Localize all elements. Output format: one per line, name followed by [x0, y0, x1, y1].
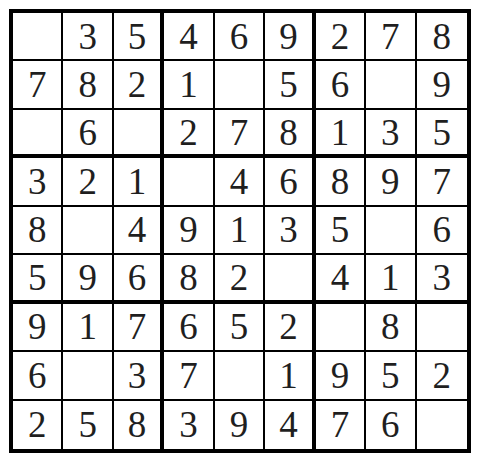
- cell-r6c4[interactable]: 8: [164, 255, 214, 303]
- cell-r4c1[interactable]: 3: [13, 158, 63, 206]
- cell-r4c5[interactable]: 4: [215, 158, 265, 206]
- cell-r9c8[interactable]: 6: [366, 401, 416, 449]
- cell-r8c3[interactable]: 3: [114, 352, 164, 400]
- cell-r6c1[interactable]: 5: [13, 255, 63, 303]
- cell-r8c2[interactable]: [63, 352, 113, 400]
- cell-r7c3[interactable]: 7: [114, 304, 164, 352]
- cell-r2c8[interactable]: [366, 61, 416, 109]
- cell-r2c5[interactable]: [215, 61, 265, 109]
- cell-r9c6[interactable]: 4: [265, 401, 315, 449]
- cell-r1c7[interactable]: 2: [316, 13, 366, 61]
- cell-r6c7[interactable]: 4: [316, 255, 366, 303]
- cell-r2c7[interactable]: 6: [316, 61, 366, 109]
- cell-r7c6[interactable]: 2: [265, 304, 315, 352]
- cell-r6c6[interactable]: [265, 255, 315, 303]
- cell-r1c9[interactable]: 8: [417, 13, 467, 61]
- sudoku-board: 3546927878215696278135321468978491356596…: [9, 9, 471, 453]
- cell-r2c9[interactable]: 9: [417, 61, 467, 109]
- cell-r5c6[interactable]: 3: [265, 207, 315, 255]
- cell-r3c5[interactable]: 7: [215, 110, 265, 158]
- cell-r1c2[interactable]: 3: [63, 13, 113, 61]
- cell-r8c1[interactable]: 6: [13, 352, 63, 400]
- cell-r4c4[interactable]: [164, 158, 214, 206]
- cell-r3c6[interactable]: 8: [265, 110, 315, 158]
- cell-r1c4[interactable]: 4: [164, 13, 214, 61]
- cell-r3c7[interactable]: 1: [316, 110, 366, 158]
- cell-r4c9[interactable]: 7: [417, 158, 467, 206]
- cell-r3c1[interactable]: [13, 110, 63, 158]
- cell-r8c6[interactable]: 1: [265, 352, 315, 400]
- cell-r4c3[interactable]: 1: [114, 158, 164, 206]
- cell-r7c5[interactable]: 5: [215, 304, 265, 352]
- cell-r9c1[interactable]: 2: [13, 401, 63, 449]
- cell-r8c4[interactable]: 7: [164, 352, 214, 400]
- cell-r2c6[interactable]: 5: [265, 61, 315, 109]
- cell-r1c1[interactable]: [13, 13, 63, 61]
- cell-r7c4[interactable]: 6: [164, 304, 214, 352]
- cell-r2c2[interactable]: 8: [63, 61, 113, 109]
- cell-r9c5[interactable]: 9: [215, 401, 265, 449]
- cell-r1c5[interactable]: 6: [215, 13, 265, 61]
- cell-r3c8[interactable]: 3: [366, 110, 416, 158]
- cell-r3c9[interactable]: 5: [417, 110, 467, 158]
- cell-r8c9[interactable]: 2: [417, 352, 467, 400]
- cell-r6c9[interactable]: 3: [417, 255, 467, 303]
- cell-r7c8[interactable]: 8: [366, 304, 416, 352]
- cell-r7c7[interactable]: [316, 304, 366, 352]
- cell-r8c8[interactable]: 5: [366, 352, 416, 400]
- cell-r4c8[interactable]: 9: [366, 158, 416, 206]
- cell-r6c3[interactable]: 6: [114, 255, 164, 303]
- cell-r3c3[interactable]: [114, 110, 164, 158]
- cell-r9c9[interactable]: [417, 401, 467, 449]
- cell-r5c1[interactable]: 8: [13, 207, 63, 255]
- cell-r4c7[interactable]: 8: [316, 158, 366, 206]
- page-background: 3546927878215696278135321468978491356596…: [0, 0, 480, 460]
- cell-r9c2[interactable]: 5: [63, 401, 113, 449]
- cell-r2c1[interactable]: 7: [13, 61, 63, 109]
- cell-r5c3[interactable]: 4: [114, 207, 164, 255]
- cell-r6c8[interactable]: 1: [366, 255, 416, 303]
- cell-r3c2[interactable]: 6: [63, 110, 113, 158]
- cell-r1c8[interactable]: 7: [366, 13, 416, 61]
- cell-r9c3[interactable]: 8: [114, 401, 164, 449]
- cell-r5c2[interactable]: [63, 207, 113, 255]
- cell-r3c4[interactable]: 2: [164, 110, 214, 158]
- cell-r1c3[interactable]: 5: [114, 13, 164, 61]
- cell-r7c1[interactable]: 9: [13, 304, 63, 352]
- cell-r9c4[interactable]: 3: [164, 401, 214, 449]
- cell-r5c4[interactable]: 9: [164, 207, 214, 255]
- cell-r5c9[interactable]: 6: [417, 207, 467, 255]
- cell-r2c4[interactable]: 1: [164, 61, 214, 109]
- cell-r1c6[interactable]: 9: [265, 13, 315, 61]
- cell-r5c8[interactable]: [366, 207, 416, 255]
- cell-r7c2[interactable]: 1: [63, 304, 113, 352]
- cell-r4c2[interactable]: 2: [63, 158, 113, 206]
- cell-r7c9[interactable]: [417, 304, 467, 352]
- cell-r5c5[interactable]: 1: [215, 207, 265, 255]
- cell-r2c3[interactable]: 2: [114, 61, 164, 109]
- cell-r9c7[interactable]: 7: [316, 401, 366, 449]
- cell-r5c7[interactable]: 5: [316, 207, 366, 255]
- cell-r8c7[interactable]: 9: [316, 352, 366, 400]
- cell-r6c5[interactable]: 2: [215, 255, 265, 303]
- cell-r4c6[interactable]: 6: [265, 158, 315, 206]
- cell-r6c2[interactable]: 9: [63, 255, 113, 303]
- cell-r8c5[interactable]: [215, 352, 265, 400]
